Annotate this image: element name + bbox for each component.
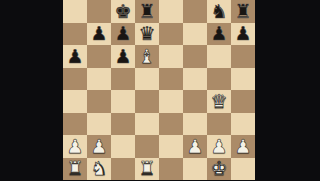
square-b1[interactable]: ♞ — [87, 158, 111, 181]
piece-black-king[interactable]: ♚ — [111, 0, 135, 23]
square-f2[interactable]: ♟ — [183, 135, 207, 158]
square-e5[interactable] — [159, 68, 183, 91]
square-e1[interactable] — [159, 158, 183, 181]
square-f4[interactable] — [183, 90, 207, 113]
square-d7[interactable]: ♛ — [135, 23, 159, 46]
square-a4[interactable] — [63, 90, 87, 113]
square-h5[interactable] — [231, 68, 255, 91]
piece-white-queen[interactable]: ♛ — [207, 90, 231, 113]
piece-black-pawn[interactable]: ♟ — [231, 23, 255, 46]
square-h7[interactable]: ♟ — [231, 23, 255, 46]
square-a6[interactable]: ♟ — [63, 45, 87, 68]
square-h1[interactable] — [231, 158, 255, 181]
square-d1[interactable]: ♜ — [135, 158, 159, 181]
square-d2[interactable] — [135, 135, 159, 158]
square-f6[interactable] — [183, 45, 207, 68]
piece-black-pawn[interactable]: ♟ — [87, 23, 111, 46]
piece-white-pawn[interactable]: ♟ — [87, 135, 111, 158]
letterbox-right — [255, 0, 320, 180]
square-a2[interactable]: ♟ — [63, 135, 87, 158]
piece-white-bishop[interactable]: ♝ — [135, 45, 159, 68]
square-h8[interactable]: ♜ — [231, 0, 255, 23]
square-c4[interactable] — [111, 90, 135, 113]
piece-black-pawn[interactable]: ♟ — [63, 45, 87, 68]
piece-white-knight[interactable]: ♞ — [87, 158, 111, 181]
piece-white-pawn[interactable]: ♟ — [207, 135, 231, 158]
square-g4[interactable]: ♛ — [207, 90, 231, 113]
square-a1[interactable]: ♜ — [63, 158, 87, 181]
piece-black-queen[interactable]: ♛ — [135, 23, 159, 46]
square-g5[interactable] — [207, 68, 231, 91]
square-b8[interactable] — [87, 0, 111, 23]
square-g3[interactable] — [207, 113, 231, 136]
piece-white-pawn[interactable]: ♟ — [231, 135, 255, 158]
square-d4[interactable] — [135, 90, 159, 113]
square-a5[interactable] — [63, 68, 87, 91]
piece-white-pawn[interactable]: ♟ — [63, 135, 87, 158]
piece-black-rook[interactable]: ♜ — [231, 0, 255, 23]
square-h2[interactable]: ♟ — [231, 135, 255, 158]
square-g8[interactable]: ♞ — [207, 0, 231, 23]
square-f5[interactable] — [183, 68, 207, 91]
square-e2[interactable] — [159, 135, 183, 158]
square-c8[interactable]: ♚ — [111, 0, 135, 23]
piece-white-rook[interactable]: ♜ — [135, 158, 159, 181]
piece-white-pawn[interactable]: ♟ — [183, 135, 207, 158]
square-d6[interactable]: ♝ — [135, 45, 159, 68]
square-b5[interactable] — [87, 68, 111, 91]
piece-white-rook[interactable]: ♜ — [63, 158, 87, 181]
square-a3[interactable] — [63, 113, 87, 136]
square-b7[interactable]: ♟ — [87, 23, 111, 46]
square-b3[interactable] — [87, 113, 111, 136]
square-d8[interactable]: ♜ — [135, 0, 159, 23]
piece-black-rook[interactable]: ♜ — [135, 0, 159, 23]
square-c2[interactable] — [111, 135, 135, 158]
square-e6[interactable] — [159, 45, 183, 68]
square-h4[interactable] — [231, 90, 255, 113]
square-h6[interactable] — [231, 45, 255, 68]
square-b2[interactable]: ♟ — [87, 135, 111, 158]
piece-black-pawn[interactable]: ♟ — [207, 23, 231, 46]
square-c5[interactable] — [111, 68, 135, 91]
square-a8[interactable] — [63, 0, 87, 23]
chess-board: ♚♜♞♜♟♟♛♟♟♟♟♝♛♟♟♟♟♟♜♞♜♚ — [63, 0, 255, 180]
square-d3[interactable] — [135, 113, 159, 136]
square-a7[interactable] — [63, 23, 87, 46]
piece-black-pawn[interactable]: ♟ — [111, 45, 135, 68]
square-f7[interactable] — [183, 23, 207, 46]
square-e3[interactable] — [159, 113, 183, 136]
piece-white-king[interactable]: ♚ — [207, 158, 231, 181]
square-g1[interactable]: ♚ — [207, 158, 231, 181]
square-d5[interactable] — [135, 68, 159, 91]
square-c3[interactable] — [111, 113, 135, 136]
square-c7[interactable]: ♟ — [111, 23, 135, 46]
square-f8[interactable] — [183, 0, 207, 23]
square-g6[interactable] — [207, 45, 231, 68]
square-g7[interactable]: ♟ — [207, 23, 231, 46]
piece-black-knight[interactable]: ♞ — [207, 0, 231, 23]
square-h3[interactable] — [231, 113, 255, 136]
square-c1[interactable] — [111, 158, 135, 181]
square-b6[interactable] — [87, 45, 111, 68]
square-f3[interactable] — [183, 113, 207, 136]
square-e4[interactable] — [159, 90, 183, 113]
square-g2[interactable]: ♟ — [207, 135, 231, 158]
square-e7[interactable] — [159, 23, 183, 46]
piece-black-pawn[interactable]: ♟ — [111, 23, 135, 46]
square-b4[interactable] — [87, 90, 111, 113]
square-c6[interactable]: ♟ — [111, 45, 135, 68]
square-e8[interactable] — [159, 0, 183, 23]
square-f1[interactable] — [183, 158, 207, 181]
letterbox-left — [0, 0, 63, 180]
